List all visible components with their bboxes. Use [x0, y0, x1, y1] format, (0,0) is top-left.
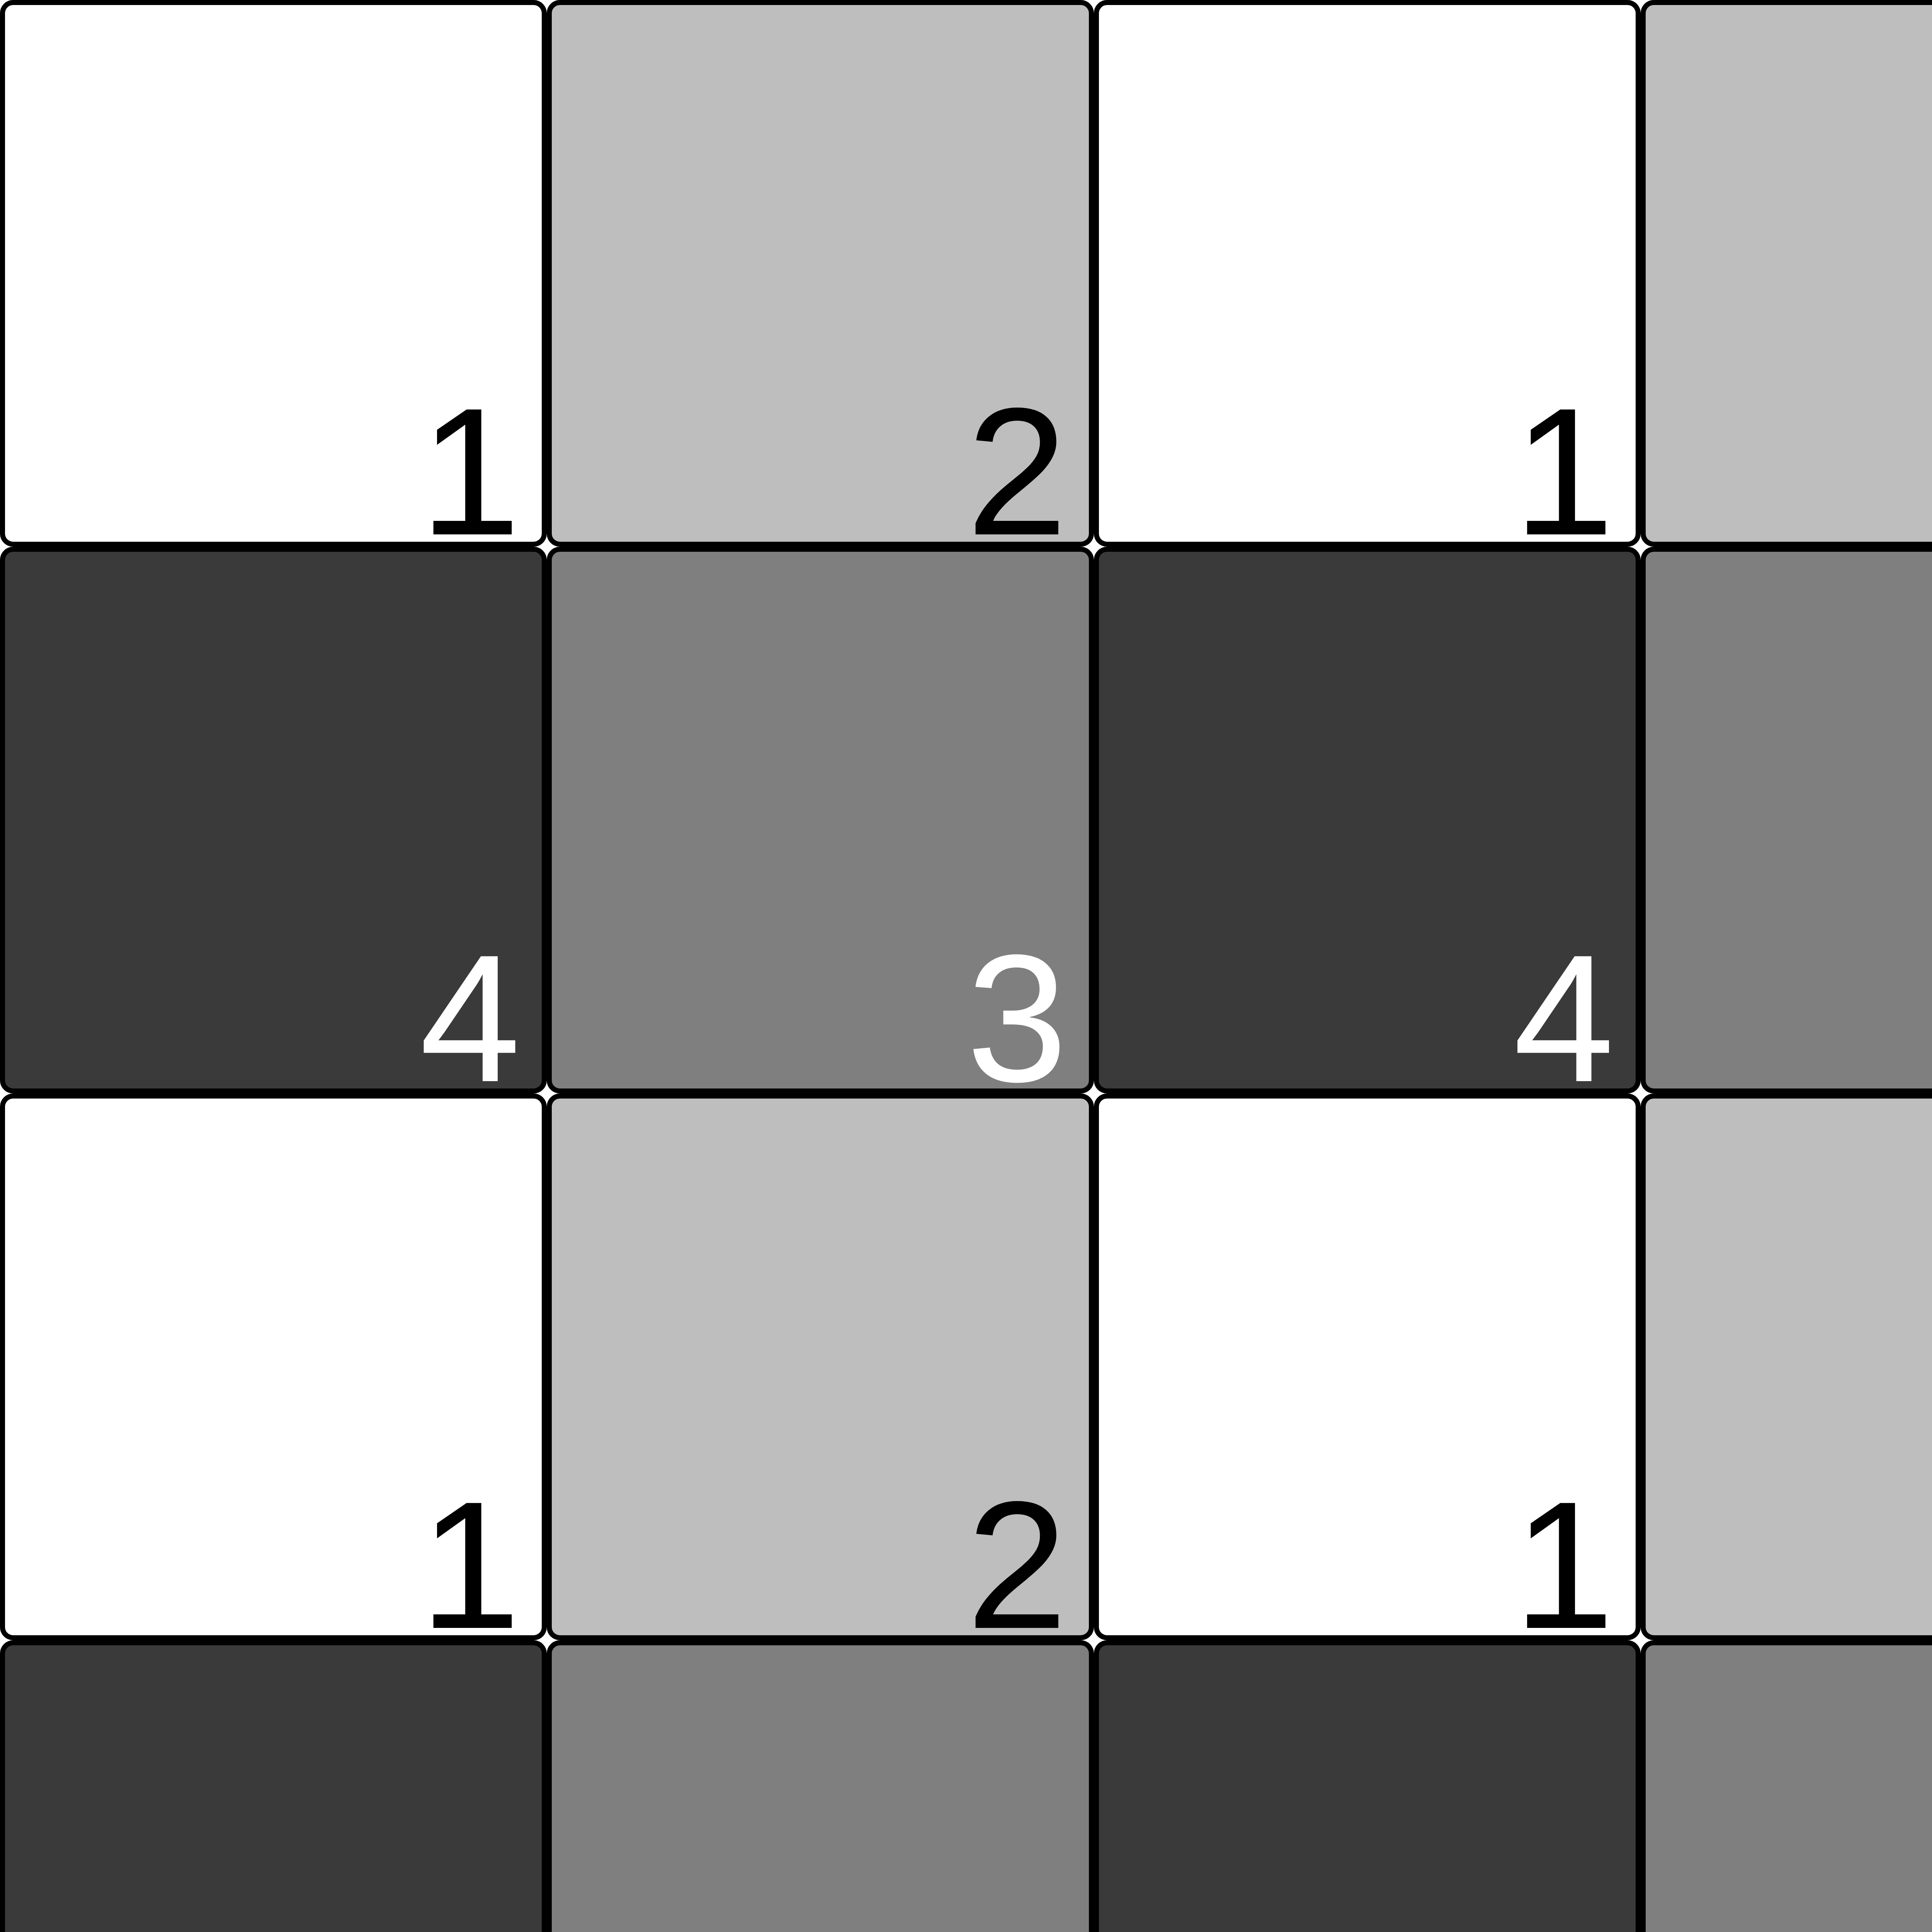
- cell-r2c2[interactable]: 3: [547, 547, 1094, 1094]
- cell-value: 1: [420, 1497, 520, 1634]
- cell-r4c1[interactable]: 4: [0, 1640, 547, 1932]
- cell-r4c2[interactable]: 3: [547, 1640, 1094, 1932]
- cell-r3c4[interactable]: 2: [1641, 1094, 1932, 1640]
- cell-r4c3[interactable]: 4: [1094, 1640, 1641, 1932]
- cell-r4c4[interactable]: 3: [1641, 1640, 1932, 1932]
- cell-r2c3[interactable]: 4: [1094, 547, 1641, 1094]
- cell-r1c3[interactable]: 1: [1094, 0, 1641, 547]
- cell-value: 2: [966, 1497, 1067, 1634]
- cell-value: 4: [1513, 951, 1614, 1087]
- cell-r3c2[interactable]: 2: [547, 1094, 1094, 1640]
- cell-r1c1[interactable]: 1: [0, 0, 547, 547]
- cell-value: 4: [420, 951, 520, 1087]
- puzzle-grid: 1 2 1 2 4 3 4 3 1 2 1 2 4 3 4 3: [0, 0, 1932, 1932]
- cell-value: 3: [966, 951, 1067, 1087]
- cell-r2c4[interactable]: 3: [1641, 547, 1932, 1094]
- cell-r2c1[interactable]: 4: [0, 547, 547, 1094]
- cell-r1c2[interactable]: 2: [547, 0, 1094, 547]
- cell-value: 1: [1513, 1497, 1614, 1634]
- cell-r3c1[interactable]: 1: [0, 1094, 547, 1640]
- cell-value: 1: [1513, 404, 1614, 540]
- cell-r1c4[interactable]: 2: [1641, 0, 1932, 547]
- cell-value: 1: [420, 404, 520, 540]
- cell-value: 2: [966, 404, 1067, 540]
- cell-r3c3[interactable]: 1: [1094, 1094, 1641, 1640]
